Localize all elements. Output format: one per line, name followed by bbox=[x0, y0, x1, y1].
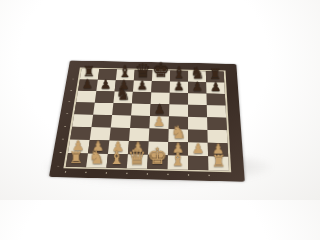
piece-black-pawn: ♟ bbox=[96, 78, 114, 91]
square-d7: ♟ bbox=[133, 81, 152, 93]
square-a6 bbox=[76, 91, 96, 103]
square-e7 bbox=[151, 81, 170, 93]
piece-white-bishop: ♝ bbox=[106, 149, 126, 167]
square-f7: ♟ bbox=[170, 81, 188, 93]
square-f5 bbox=[169, 104, 188, 117]
piece-white-bishop: ♝ bbox=[168, 150, 188, 168]
piece-white-knight: ♞ bbox=[168, 124, 188, 142]
playing-area: ♜♝♛♚♝♞♜♟♟♟♟♟♟♟♞♟♟♞♟♟♟♟♟♟♟♜♞♝♛♚♝♜ bbox=[63, 67, 231, 172]
square-b6 bbox=[95, 91, 115, 103]
square-d5 bbox=[131, 104, 151, 116]
square-h5 bbox=[207, 105, 226, 118]
square-g7: ♟ bbox=[188, 82, 206, 94]
square-g1 bbox=[188, 156, 208, 170]
square-b4 bbox=[91, 115, 112, 128]
frame-coordinate-dots-bottom bbox=[65, 171, 229, 177]
piece-white-rook: ♜ bbox=[208, 154, 228, 170]
piece-white-knight: ♞ bbox=[86, 149, 106, 167]
square-d4 bbox=[130, 116, 150, 129]
piece-white-rook: ♜ bbox=[66, 150, 86, 166]
square-g6 bbox=[188, 93, 207, 105]
piece-black-pawn: ♟ bbox=[170, 80, 188, 93]
square-c5 bbox=[112, 103, 132, 115]
piece-white-king: ♚ bbox=[147, 146, 167, 169]
square-g5 bbox=[188, 105, 207, 118]
square-d6 bbox=[132, 92, 151, 104]
chess-board-frame: ♜♝♛♚♝♞♜♟♟♟♟♟♟♟♞♟♟♞♟♟♟♟♟♟♟♜♞♝♛♚♝♜ bbox=[49, 61, 245, 182]
square-a5 bbox=[74, 102, 95, 114]
square-e4: ♟ bbox=[149, 116, 169, 129]
piece-black-pawn: ♟ bbox=[133, 79, 151, 92]
piece-black-knight: ♞ bbox=[113, 86, 132, 103]
square-f1: ♝ bbox=[168, 155, 188, 169]
square-f6 bbox=[169, 93, 188, 105]
piece-white-queen: ♛ bbox=[127, 146, 147, 167]
piece-black-pawn: ♟ bbox=[188, 80, 206, 93]
square-h1: ♜ bbox=[208, 156, 229, 170]
square-c6: ♞ bbox=[113, 91, 133, 103]
chessboard-photo: ♜♝♛♚♝♞♜♟♟♟♟♟♟♟♞♟♟♞♟♟♟♟♟♟♟♜♞♝♛♚♝♜ bbox=[0, 0, 300, 200]
square-a4 bbox=[72, 114, 93, 127]
piece-black-pawn: ♟ bbox=[78, 78, 96, 91]
piece-black-king: ♚ bbox=[152, 61, 170, 81]
square-a1: ♜ bbox=[66, 153, 88, 167]
square-b5 bbox=[93, 103, 113, 115]
square-c1: ♝ bbox=[106, 154, 127, 168]
square-g2: ♟ bbox=[188, 142, 208, 156]
square-b1: ♞ bbox=[86, 153, 108, 167]
square-g4 bbox=[188, 117, 207, 130]
piece-white-pawn: ♟ bbox=[149, 115, 168, 128]
piece-black-pawn: ♟ bbox=[206, 80, 224, 93]
square-h6 bbox=[206, 93, 225, 105]
square-a7: ♟ bbox=[78, 79, 98, 91]
square-e8: ♚ bbox=[152, 70, 170, 81]
square-e3 bbox=[149, 128, 169, 141]
square-h4 bbox=[207, 117, 227, 130]
square-e1: ♚ bbox=[147, 155, 168, 169]
square-c4 bbox=[111, 115, 131, 128]
square-h7: ♟ bbox=[206, 82, 225, 94]
piece-white-pawn: ♟ bbox=[188, 142, 208, 156]
square-d1: ♛ bbox=[127, 154, 148, 168]
